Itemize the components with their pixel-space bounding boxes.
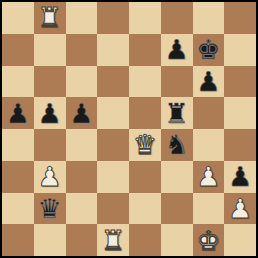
square-d1[interactable]: ♜: [97, 224, 129, 256]
square-d5[interactable]: [97, 97, 129, 129]
square-g3[interactable]: ♟: [193, 161, 225, 193]
square-e4[interactable]: ♛: [129, 129, 161, 161]
square-h7[interactable]: [224, 34, 256, 66]
square-f5[interactable]: ♜: [161, 97, 193, 129]
square-h1[interactable]: [224, 224, 256, 256]
board-frame: ♜♟♚♟♟♟♟♜♛♞♟♟♟♛♟♜♚: [0, 0, 258, 258]
square-d2[interactable]: [97, 193, 129, 225]
square-f3[interactable]: [161, 161, 193, 193]
square-f1[interactable]: [161, 224, 193, 256]
square-f2[interactable]: [161, 193, 193, 225]
square-e3[interactable]: [129, 161, 161, 193]
square-f6[interactable]: [161, 66, 193, 98]
piece-black-pawn[interactable]: ♟: [165, 36, 189, 63]
square-g7[interactable]: ♚: [193, 34, 225, 66]
piece-black-rook[interactable]: ♜: [165, 100, 189, 127]
square-d3[interactable]: [97, 161, 129, 193]
piece-white-rook[interactable]: ♜: [101, 227, 125, 254]
piece-white-pawn[interactable]: ♟: [196, 163, 220, 190]
square-g6[interactable]: ♟: [193, 66, 225, 98]
square-c2[interactable]: [66, 193, 98, 225]
square-c3[interactable]: [66, 161, 98, 193]
square-d8[interactable]: [97, 2, 129, 34]
square-e5[interactable]: [129, 97, 161, 129]
square-b8[interactable]: ♜: [34, 2, 66, 34]
square-c7[interactable]: [66, 34, 98, 66]
square-h6[interactable]: [224, 66, 256, 98]
square-a7[interactable]: [2, 34, 34, 66]
square-c5[interactable]: ♟: [66, 97, 98, 129]
square-g4[interactable]: [193, 129, 225, 161]
piece-white-pawn[interactable]: ♟: [38, 163, 62, 190]
square-g2[interactable]: [193, 193, 225, 225]
piece-black-pawn[interactable]: ♟: [69, 100, 93, 127]
square-d7[interactable]: [97, 34, 129, 66]
square-a8[interactable]: [2, 2, 34, 34]
square-e7[interactable]: [129, 34, 161, 66]
square-g8[interactable]: [193, 2, 225, 34]
piece-white-queen[interactable]: ♛: [133, 131, 157, 158]
square-h4[interactable]: [224, 129, 256, 161]
square-e2[interactable]: [129, 193, 161, 225]
square-b3[interactable]: ♟: [34, 161, 66, 193]
square-d6[interactable]: [97, 66, 129, 98]
piece-black-knight[interactable]: ♞: [165, 131, 189, 158]
square-b2[interactable]: ♛: [34, 193, 66, 225]
square-e1[interactable]: [129, 224, 161, 256]
square-a1[interactable]: [2, 224, 34, 256]
square-a3[interactable]: [2, 161, 34, 193]
piece-black-pawn[interactable]: ♟: [228, 163, 252, 190]
square-c8[interactable]: [66, 2, 98, 34]
square-g1[interactable]: ♚: [193, 224, 225, 256]
square-b1[interactable]: [34, 224, 66, 256]
square-g5[interactable]: [193, 97, 225, 129]
square-a2[interactable]: [2, 193, 34, 225]
piece-black-queen[interactable]: ♛: [38, 195, 62, 222]
piece-black-king[interactable]: ♚: [196, 36, 220, 63]
square-b6[interactable]: [34, 66, 66, 98]
square-h8[interactable]: [224, 2, 256, 34]
square-f7[interactable]: ♟: [161, 34, 193, 66]
square-a6[interactable]: [2, 66, 34, 98]
piece-white-king[interactable]: ♚: [196, 227, 220, 254]
square-a4[interactable]: [2, 129, 34, 161]
piece-black-pawn[interactable]: ♟: [38, 100, 62, 127]
piece-white-rook[interactable]: ♜: [38, 4, 62, 31]
chess-board: ♜♟♚♟♟♟♟♜♛♞♟♟♟♛♟♜♚: [2, 2, 256, 256]
piece-white-pawn[interactable]: ♟: [228, 195, 252, 222]
square-h3[interactable]: ♟: [224, 161, 256, 193]
square-d4[interactable]: [97, 129, 129, 161]
square-h5[interactable]: [224, 97, 256, 129]
square-c6[interactable]: [66, 66, 98, 98]
square-c4[interactable]: [66, 129, 98, 161]
square-h2[interactable]: ♟: [224, 193, 256, 225]
square-a5[interactable]: ♟: [2, 97, 34, 129]
square-c1[interactable]: [66, 224, 98, 256]
square-e8[interactable]: [129, 2, 161, 34]
square-b5[interactable]: ♟: [34, 97, 66, 129]
piece-black-pawn[interactable]: ♟: [196, 68, 220, 95]
square-e6[interactable]: [129, 66, 161, 98]
square-f8[interactable]: [161, 2, 193, 34]
square-f4[interactable]: ♞: [161, 129, 193, 161]
piece-black-pawn[interactable]: ♟: [6, 100, 30, 127]
square-b7[interactable]: [34, 34, 66, 66]
square-b4[interactable]: [34, 129, 66, 161]
